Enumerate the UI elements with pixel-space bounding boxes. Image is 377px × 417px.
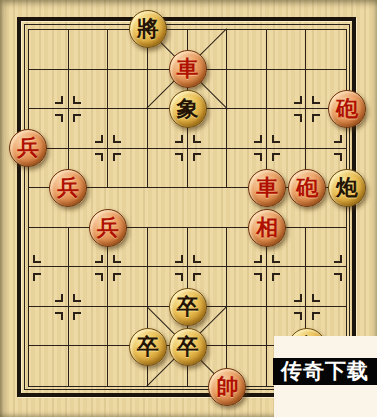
point-marker (294, 294, 320, 320)
marker-corner (73, 294, 81, 302)
marker-corner (254, 273, 262, 281)
lattice-cell (69, 346, 109, 386)
piece-glyph: 兵 (97, 217, 119, 239)
lattice-cell (227, 30, 267, 70)
piece-red-兵[interactable]: 兵 (49, 169, 87, 207)
marker-corner (175, 273, 183, 281)
marker-corner (55, 294, 63, 302)
lattice-cell (227, 70, 267, 110)
marker-corner (272, 153, 280, 161)
piece-glyph: 將 (137, 18, 159, 40)
marker-corner (254, 153, 262, 161)
xiangqi-board[interactable]: 將車象砲兵兵車砲炮兵相卒卒卒卒帥 (28, 29, 347, 387)
point-marker (175, 255, 201, 281)
point-marker (55, 294, 81, 320)
piece-red-砲[interactable]: 砲 (328, 90, 366, 128)
marker-corner (294, 312, 302, 320)
lattice-cell (108, 70, 148, 110)
piece-black-卒[interactable]: 卒 (169, 328, 207, 366)
piece-red-砲[interactable]: 砲 (288, 169, 326, 207)
piece-glyph: 砲 (336, 98, 358, 120)
marker-corner (33, 273, 41, 281)
piece-black-象[interactable]: 象 (169, 90, 207, 128)
marker-corner (312, 96, 320, 104)
marker-corner (272, 135, 280, 143)
marker-corner (193, 153, 201, 161)
marker-corner (95, 255, 103, 263)
lattice-cell (148, 188, 188, 228)
watermark-banner[interactable]: 传奇下载 (273, 358, 377, 385)
point-marker (95, 255, 121, 281)
piece-glyph: 砲 (296, 177, 318, 199)
marker-corner (55, 114, 63, 122)
marker-corner (254, 135, 262, 143)
piece-red-相[interactable]: 相 (248, 209, 286, 247)
xiangqi-app-background: 將車象砲兵兵車砲炮兵相卒卒卒卒帥 传奇下载 (0, 0, 377, 417)
marker-corner (334, 135, 342, 143)
lattice-cell (306, 30, 346, 70)
marker-corner (254, 255, 262, 263)
marker-corner (55, 96, 63, 104)
point-marker (55, 96, 81, 122)
marker-corner (113, 255, 121, 263)
piece-red-車[interactable]: 車 (169, 50, 207, 88)
lattice-cell (227, 307, 267, 347)
point-marker (175, 135, 201, 161)
piece-glyph: 相 (256, 217, 278, 239)
marker-corner (334, 153, 342, 161)
marker-corner (113, 273, 121, 281)
marker-corner (73, 114, 81, 122)
point-marker (334, 135, 360, 161)
lattice-cell (69, 30, 109, 70)
marker-corner (193, 135, 201, 143)
point-marker (334, 255, 360, 281)
marker-corner (334, 255, 342, 263)
marker-corner (95, 153, 103, 161)
piece-black-卒[interactable]: 卒 (129, 328, 167, 366)
point-marker (294, 96, 320, 122)
piece-glyph: 卒 (137, 336, 159, 358)
point-marker (95, 135, 121, 161)
watermark-text: 传奇下载 (281, 361, 369, 382)
marker-corner (334, 273, 342, 281)
piece-red-兵[interactable]: 兵 (89, 209, 127, 247)
marker-corner (312, 312, 320, 320)
marker-corner (113, 135, 121, 143)
marker-corner (312, 294, 320, 302)
piece-glyph: 車 (177, 58, 199, 80)
point-marker (254, 255, 280, 281)
marker-corner (272, 255, 280, 263)
marker-corner (272, 273, 280, 281)
lattice-cell (29, 30, 69, 70)
marker-corner (175, 255, 183, 263)
marker-corner (312, 114, 320, 122)
marker-corner (294, 114, 302, 122)
piece-glyph: 兵 (57, 177, 79, 199)
marker-corner (95, 273, 103, 281)
marker-corner (193, 255, 201, 263)
lattice-cell (29, 346, 69, 386)
marker-corner (193, 273, 201, 281)
piece-glyph: 帥 (216, 376, 238, 398)
marker-corner (175, 135, 183, 143)
marker-corner (55, 312, 63, 320)
marker-corner (33, 255, 41, 263)
piece-glyph: 象 (177, 98, 199, 120)
point-marker (254, 135, 280, 161)
piece-glyph: 卒 (177, 296, 199, 318)
lattice-cell (188, 188, 228, 228)
lattice-cell (267, 30, 307, 70)
piece-red-帥[interactable]: 帥 (208, 368, 246, 406)
piece-glyph: 卒 (177, 336, 199, 358)
marker-corner (175, 153, 183, 161)
piece-glyph: 炮 (336, 177, 358, 199)
piece-black-炮[interactable]: 炮 (328, 169, 366, 207)
marker-corner (113, 153, 121, 161)
piece-black-卒[interactable]: 卒 (169, 288, 207, 326)
marker-corner (73, 96, 81, 104)
marker-corner (73, 312, 81, 320)
marker-corner (95, 135, 103, 143)
marker-corner (294, 294, 302, 302)
piece-glyph: 兵 (17, 137, 39, 159)
piece-glyph: 車 (256, 177, 278, 199)
piece-black-將[interactable]: 將 (129, 10, 167, 48)
marker-corner (294, 96, 302, 104)
point-marker (15, 255, 41, 281)
